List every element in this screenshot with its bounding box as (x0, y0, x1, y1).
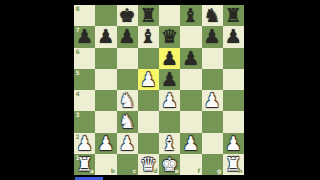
square-g3[interactable] (202, 111, 223, 132)
piece-black-pawn[interactable]: ♟ (161, 69, 178, 90)
square-h4[interactable] (223, 90, 244, 111)
piece-black-bishop[interactable]: ♝ (182, 5, 199, 26)
piece-black-pawn[interactable]: ♟ (76, 26, 93, 47)
square-h8[interactable]: ♜ (223, 5, 244, 26)
square-g1[interactable]: g (202, 154, 223, 175)
square-b6[interactable] (95, 48, 116, 69)
square-a1[interactable]: 1a♜ (74, 154, 95, 175)
square-d6[interactable] (138, 48, 159, 69)
piece-black-pawn[interactable]: ♟ (161, 48, 178, 69)
square-c3[interactable]: ♞ (117, 111, 138, 132)
square-h1[interactable]: h♜ (223, 154, 244, 175)
square-e7[interactable]: ♛ (159, 26, 180, 47)
piece-white-bishop[interactable]: ♝ (161, 133, 178, 154)
square-a4[interactable]: 4 (74, 90, 95, 111)
chess-board[interactable]: 8♚♜♝♞♜7♟♟♟♝♛♟♟6♟♟5♟♟4♞♟♟3♞2♟♟♟♝♟♟1a♜bcd♛… (74, 5, 244, 175)
square-f6[interactable]: ♟ (180, 48, 201, 69)
rank-label-4: 4 (76, 91, 80, 97)
square-g5[interactable] (202, 69, 223, 90)
square-h5[interactable] (223, 69, 244, 90)
square-e3[interactable] (159, 111, 180, 132)
piece-white-pawn[interactable]: ♟ (76, 133, 93, 154)
square-g4[interactable]: ♟ (202, 90, 223, 111)
piece-black-bishop[interactable]: ♝ (140, 26, 157, 47)
piece-white-pawn[interactable]: ♟ (204, 90, 221, 111)
file-label-c: c (133, 168, 137, 174)
square-e6[interactable]: ♟ (159, 48, 180, 69)
square-d8[interactable]: ♜ (138, 5, 159, 26)
rank-label-6: 6 (76, 49, 80, 55)
square-g7[interactable]: ♟ (202, 26, 223, 47)
file-label-b: b (111, 168, 115, 174)
rank-label-5: 5 (76, 70, 80, 76)
square-f5[interactable] (180, 69, 201, 90)
square-d7[interactable]: ♝ (138, 26, 159, 47)
square-a6[interactable]: 6 (74, 48, 95, 69)
right-black-bar (244, 0, 320, 180)
square-d5[interactable]: ♟ (138, 69, 159, 90)
piece-white-pawn[interactable]: ♟ (182, 133, 199, 154)
square-f3[interactable] (180, 111, 201, 132)
square-h6[interactable] (223, 48, 244, 69)
square-b7[interactable]: ♟ (95, 26, 116, 47)
piece-black-rook[interactable]: ♜ (225, 5, 242, 26)
square-g2[interactable] (202, 133, 223, 154)
square-e4[interactable]: ♟ (159, 90, 180, 111)
square-b8[interactable] (95, 5, 116, 26)
piece-white-pawn[interactable]: ♟ (97, 133, 114, 154)
square-h7[interactable]: ♟ (223, 26, 244, 47)
video-frame: 8♚♜♝♞♜7♟♟♟♝♛♟♟6♟♟5♟♟4♞♟♟3♞2♟♟♟♝♟♟1a♜bcd♛… (0, 0, 320, 180)
square-d2[interactable] (138, 133, 159, 154)
piece-white-queen[interactable]: ♛ (140, 154, 157, 175)
rank-label-3: 3 (76, 112, 80, 118)
square-b1[interactable]: b (95, 154, 116, 175)
square-h2[interactable]: ♟ (223, 133, 244, 154)
left-black-bar (0, 0, 74, 180)
square-e8[interactable] (159, 5, 180, 26)
square-f8[interactable]: ♝ (180, 5, 201, 26)
piece-black-pawn[interactable]: ♟ (182, 48, 199, 69)
square-a3[interactable]: 3 (74, 111, 95, 132)
piece-black-pawn[interactable]: ♟ (119, 26, 136, 47)
piece-black-rook[interactable]: ♜ (140, 5, 157, 26)
square-e2[interactable]: ♝ (159, 133, 180, 154)
square-e5[interactable]: ♟ (159, 69, 180, 90)
piece-white-pawn[interactable]: ♟ (140, 69, 157, 90)
square-c1[interactable]: c (117, 154, 138, 175)
square-c8[interactable]: ♚ (117, 5, 138, 26)
square-b3[interactable] (95, 111, 116, 132)
square-f7[interactable] (180, 26, 201, 47)
piece-black-pawn[interactable]: ♟ (204, 26, 221, 47)
piece-white-king[interactable]: ♚ (161, 154, 178, 175)
piece-white-pawn[interactable]: ♟ (119, 133, 136, 154)
square-c6[interactable] (117, 48, 138, 69)
square-c4[interactable]: ♞ (117, 90, 138, 111)
piece-black-king[interactable]: ♚ (119, 5, 136, 26)
file-label-f: f (197, 168, 200, 174)
square-b5[interactable] (95, 69, 116, 90)
piece-white-rook[interactable]: ♜ (225, 154, 242, 175)
square-c2[interactable]: ♟ (117, 133, 138, 154)
square-a2[interactable]: 2♟ (74, 133, 95, 154)
square-g6[interactable] (202, 48, 223, 69)
square-c5[interactable] (117, 69, 138, 90)
piece-white-knight[interactable]: ♞ (119, 90, 136, 111)
square-f2[interactable]: ♟ (180, 133, 201, 154)
piece-black-knight[interactable]: ♞ (204, 5, 221, 26)
square-d1[interactable]: d♛ (138, 154, 159, 175)
square-g8[interactable]: ♞ (202, 5, 223, 26)
piece-white-knight[interactable]: ♞ (119, 111, 136, 132)
piece-black-pawn[interactable]: ♟ (225, 26, 242, 47)
piece-white-pawn[interactable]: ♟ (161, 90, 178, 111)
square-a8[interactable]: 8 (74, 5, 95, 26)
piece-white-pawn[interactable]: ♟ (225, 133, 242, 154)
square-f1[interactable]: f (180, 154, 201, 175)
file-label-g: g (217, 168, 221, 174)
square-e1[interactable]: e♚ (159, 154, 180, 175)
square-h3[interactable] (223, 111, 244, 132)
square-a7[interactable]: 7♟ (74, 26, 95, 47)
piece-white-rook[interactable]: ♜ (76, 154, 93, 175)
piece-black-queen[interactable]: ♛ (161, 26, 178, 47)
rank-label-8: 8 (76, 6, 80, 12)
piece-black-pawn[interactable]: ♟ (97, 26, 114, 47)
square-c7[interactable]: ♟ (117, 26, 138, 47)
square-f4[interactable] (180, 90, 201, 111)
square-b4[interactable] (95, 90, 116, 111)
bottom-progress-strip (75, 177, 103, 180)
square-d3[interactable] (138, 111, 159, 132)
square-a5[interactable]: 5 (74, 69, 95, 90)
square-b2[interactable]: ♟ (95, 133, 116, 154)
square-d4[interactable] (138, 90, 159, 111)
